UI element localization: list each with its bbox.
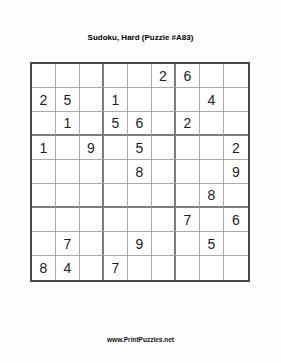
cell-r4c5: 5: [128, 136, 152, 160]
cell-r9c7: [176, 256, 200, 280]
cell-r8c7: [176, 232, 200, 256]
cell-r2c6: [152, 88, 176, 112]
cell-r1c8: [200, 64, 224, 88]
cell-r9c5: [128, 256, 152, 280]
cell-r2c1: 2: [32, 88, 56, 112]
footer-url: www.PrintPuzzles.net: [0, 336, 281, 344]
cell-r3c8: [200, 112, 224, 136]
cell-r6c9: [224, 184, 248, 208]
cell-r2c9: [224, 88, 248, 112]
cell-r2c2: 5: [56, 88, 80, 112]
cell-r4c1: 1: [32, 136, 56, 160]
page-title: Sudoku, Hard (Puzzle #A83): [0, 33, 281, 43]
cell-r3c4: 5: [104, 112, 128, 136]
cell-r7c4: [104, 208, 128, 232]
cell-r1c4: [104, 64, 128, 88]
cell-r9c3: [80, 256, 104, 280]
cell-r1c3: [80, 64, 104, 88]
cell-r7c7: 7: [176, 208, 200, 232]
cell-r1c5: [128, 64, 152, 88]
cell-r4c9: 2: [224, 136, 248, 160]
cell-r8c6: [152, 232, 176, 256]
cell-r6c3: [80, 184, 104, 208]
cell-r2c4: 1: [104, 88, 128, 112]
cell-r4c3: 9: [80, 136, 104, 160]
cell-r3c7: 2: [176, 112, 200, 136]
cell-r8c1: [32, 232, 56, 256]
cell-r9c9: [224, 256, 248, 280]
cell-r4c4: [104, 136, 128, 160]
sudoku-grid: 2625141562195289876795847: [30, 62, 250, 282]
cell-r1c7: 6: [176, 64, 200, 88]
cell-r5c2: [56, 160, 80, 184]
cell-r6c8: 8: [200, 184, 224, 208]
cell-r6c1: [32, 184, 56, 208]
cell-r3c1: [32, 112, 56, 136]
cell-r1c9: [224, 64, 248, 88]
cell-r5c7: [176, 160, 200, 184]
cell-r8c3: [80, 232, 104, 256]
cell-r4c6: [152, 136, 176, 160]
cell-r6c2: [56, 184, 80, 208]
cell-r7c8: [200, 208, 224, 232]
cell-r5c8: [200, 160, 224, 184]
cell-r3c2: 1: [56, 112, 80, 136]
cell-r3c6: [152, 112, 176, 136]
cell-r8c2: 7: [56, 232, 80, 256]
cell-r7c1: [32, 208, 56, 232]
cell-r3c9: [224, 112, 248, 136]
cell-r6c7: [176, 184, 200, 208]
cell-r4c8: [200, 136, 224, 160]
cell-r9c1: 8: [32, 256, 56, 280]
cell-r5c6: [152, 160, 176, 184]
cell-r7c6: [152, 208, 176, 232]
cell-r4c7: [176, 136, 200, 160]
cell-r2c8: 4: [200, 88, 224, 112]
cell-r1c1: [32, 64, 56, 88]
cell-r1c6: 2: [152, 64, 176, 88]
cell-r9c8: [200, 256, 224, 280]
cell-r5c5: 8: [128, 160, 152, 184]
cell-r4c2: [56, 136, 80, 160]
cell-r8c9: [224, 232, 248, 256]
cell-r5c1: [32, 160, 56, 184]
cell-r6c4: [104, 184, 128, 208]
cell-r3c3: [80, 112, 104, 136]
cell-r9c2: 4: [56, 256, 80, 280]
cell-r5c4: [104, 160, 128, 184]
cell-r8c4: [104, 232, 128, 256]
cell-r9c4: 7: [104, 256, 128, 280]
cell-r1c2: [56, 64, 80, 88]
cell-r2c3: [80, 88, 104, 112]
cell-r7c5: [128, 208, 152, 232]
cell-r7c9: 6: [224, 208, 248, 232]
cell-r7c2: [56, 208, 80, 232]
cell-r6c5: [128, 184, 152, 208]
cell-r2c5: [128, 88, 152, 112]
cell-r8c5: 9: [128, 232, 152, 256]
cell-r9c6: [152, 256, 176, 280]
cell-r5c3: [80, 160, 104, 184]
cell-r2c7: [176, 88, 200, 112]
cell-r8c8: 5: [200, 232, 224, 256]
cell-r3c5: 6: [128, 112, 152, 136]
cell-r5c9: 9: [224, 160, 248, 184]
cell-r6c6: [152, 184, 176, 208]
cell-r7c3: [80, 208, 104, 232]
